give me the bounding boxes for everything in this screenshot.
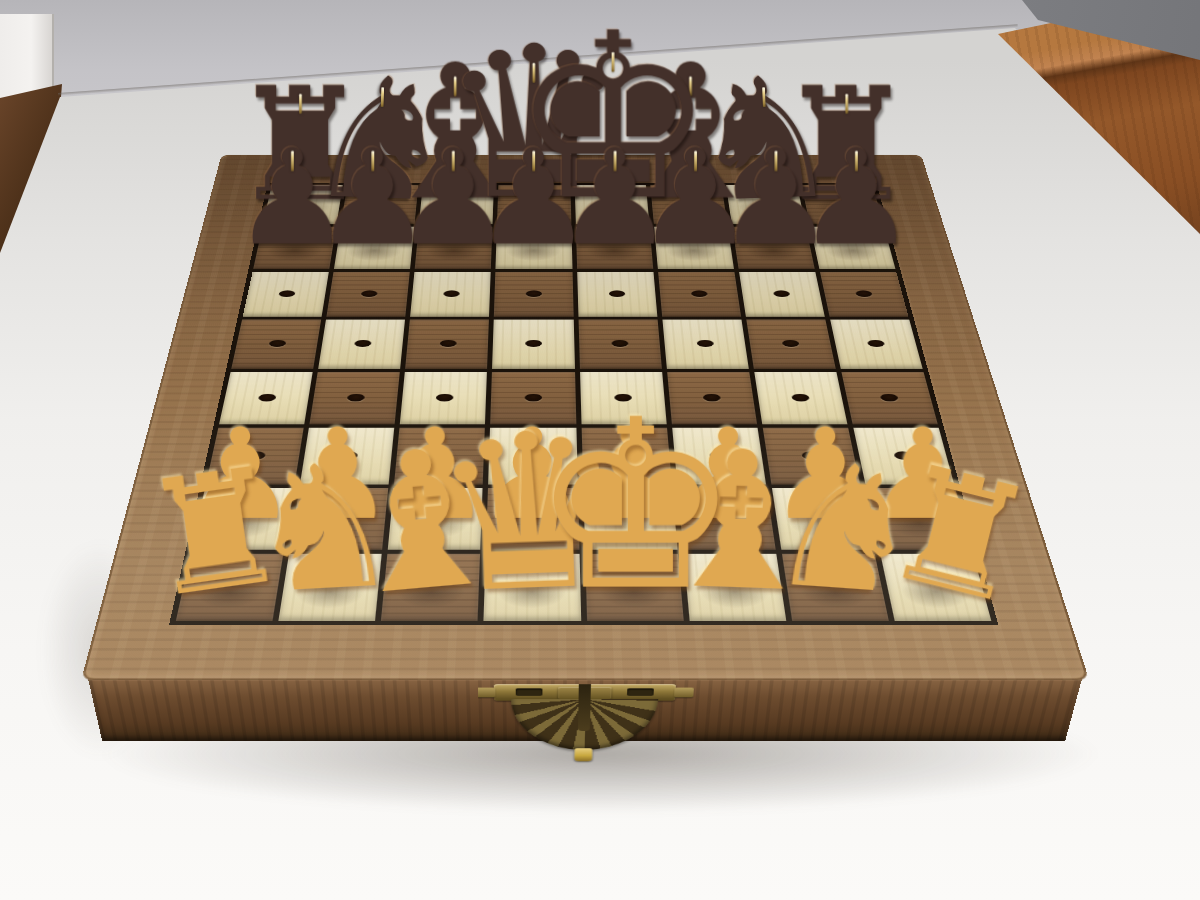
perspective-stage: ♜♞♝♛♚♝♞♜♟♟♟♟♟♟♟♟♟♟♟♟♟♟♟♟♜♞♝♛♚♝♞♜ bbox=[0, 0, 1200, 900]
board-squares-grid: ♜♞♝♛♚♝♞♜♟♟♟♟♟♟♟♟♟♟♟♟♟♟♟♟♜♞♝♛♚♝♞♜ bbox=[169, 183, 998, 626]
square-e1[interactable]: ♚ bbox=[585, 554, 684, 621]
peg-hole bbox=[880, 394, 899, 402]
square-h7[interactable]: ♟ bbox=[810, 227, 895, 269]
peg-hole bbox=[269, 340, 287, 347]
brass-pin bbox=[299, 94, 302, 114]
square-e5[interactable] bbox=[578, 320, 661, 369]
chess-box: ♜♞♝♛♚♝♞♜♟♟♟♟♟♟♟♟♟♟♟♟♟♟♟♟♜♞♝♛♚♝♞♜ bbox=[81, 155, 1089, 681]
peg-hole bbox=[611, 340, 628, 347]
chess-set-photo: ♜♞♝♛♚♝♞♜♟♟♟♟♟♟♟♟♟♟♟♟♟♟♟♟♜♞♝♛♚♝♞♜ bbox=[0, 0, 1200, 900]
square-d5[interactable] bbox=[492, 320, 574, 369]
brass-pin bbox=[855, 151, 858, 171]
peg-hole bbox=[696, 340, 714, 347]
peg-hole bbox=[526, 340, 543, 347]
square-g5[interactable] bbox=[746, 320, 835, 369]
peg-hole bbox=[347, 394, 365, 402]
square-c5[interactable] bbox=[405, 320, 489, 369]
brass-pin bbox=[845, 94, 848, 114]
brass-latch[interactable] bbox=[478, 684, 692, 786]
chess-board: ♜♞♝♛♚♝♞♜♟♟♟♟♟♟♟♟♟♟♟♟♟♟♟♟♜♞♝♛♚♝♞♜ bbox=[81, 155, 1089, 681]
latch-hook bbox=[574, 748, 592, 761]
square-a5[interactable] bbox=[231, 320, 321, 369]
brass-pin bbox=[611, 52, 614, 72]
box-front-panel bbox=[88, 677, 1082, 740]
brass-pin bbox=[371, 151, 374, 171]
black-pawn-glyph: ♟ bbox=[797, 131, 916, 264]
brass-pin bbox=[694, 151, 697, 171]
peg-hole bbox=[791, 394, 810, 402]
brass-pin bbox=[291, 151, 294, 171]
square-b5[interactable] bbox=[318, 320, 405, 369]
latch-fan-rib bbox=[578, 684, 591, 731]
square-h5[interactable] bbox=[830, 320, 922, 369]
brass-pin bbox=[533, 151, 536, 171]
peg-hole bbox=[440, 340, 457, 347]
peg-hole bbox=[354, 340, 372, 347]
peg-hole bbox=[258, 394, 277, 402]
brass-pin bbox=[452, 151, 455, 171]
square-f5[interactable] bbox=[662, 320, 748, 369]
latch-end-tab bbox=[476, 687, 496, 697]
peg-hole bbox=[867, 340, 885, 347]
brass-pin bbox=[774, 151, 777, 171]
peg-hole bbox=[782, 340, 800, 347]
brass-pin bbox=[613, 151, 616, 171]
white-king-glyph: ♚ bbox=[530, 390, 739, 624]
latch-end-tab bbox=[674, 687, 694, 697]
